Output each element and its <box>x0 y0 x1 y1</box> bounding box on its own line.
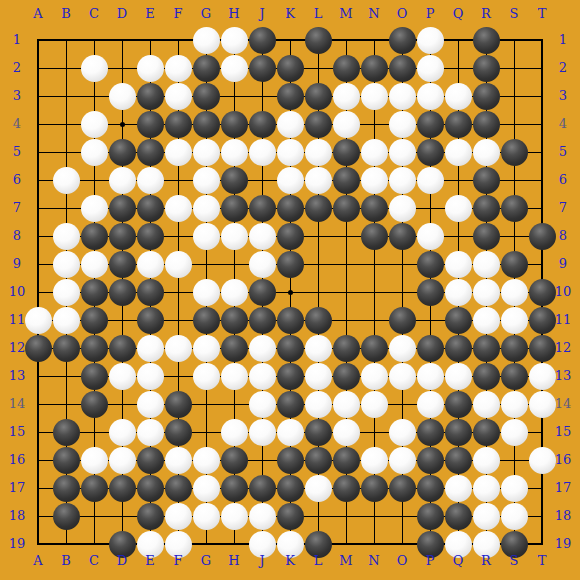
white-stone-H10[interactable] <box>221 279 248 306</box>
row-label-right-11: 11 <box>549 312 577 328</box>
black-stone-H6[interactable] <box>221 167 248 194</box>
white-stone-B8[interactable] <box>53 223 80 250</box>
black-stone-J17[interactable] <box>249 475 276 502</box>
black-stone-P15[interactable] <box>417 419 444 446</box>
white-stone-G16[interactable] <box>193 447 220 474</box>
row-label-right-8: 8 <box>549 228 577 244</box>
white-stone-D15[interactable] <box>109 419 136 446</box>
black-stone-E8[interactable] <box>137 223 164 250</box>
white-stone-S10[interactable] <box>501 279 528 306</box>
row-label-left-10: 10 <box>3 284 31 300</box>
white-stone-E13[interactable] <box>137 363 164 390</box>
column-label-top-F: F <box>164 6 192 22</box>
black-stone-M2[interactable] <box>333 55 360 82</box>
black-stone-K3[interactable] <box>277 83 304 110</box>
black-stone-O8[interactable] <box>389 223 416 250</box>
column-label-top-O: O <box>388 6 416 22</box>
black-stone-K13[interactable] <box>277 363 304 390</box>
black-stone-G4[interactable] <box>193 111 220 138</box>
column-label-top-M: M <box>332 6 360 22</box>
black-stone-H12[interactable] <box>221 335 248 362</box>
black-stone-O17[interactable] <box>389 475 416 502</box>
white-stone-J9[interactable] <box>249 251 276 278</box>
column-label-top-S: S <box>500 6 528 22</box>
black-stone-S12[interactable] <box>501 335 528 362</box>
white-stone-G7[interactable] <box>193 195 220 222</box>
column-label-top-D: D <box>108 6 136 22</box>
black-stone-K12[interactable] <box>277 335 304 362</box>
white-stone-K5[interactable] <box>277 139 304 166</box>
white-stone-O13[interactable] <box>389 363 416 390</box>
black-stone-E16[interactable] <box>137 447 164 474</box>
white-stone-G12[interactable] <box>193 335 220 362</box>
white-stone-C4[interactable] <box>81 111 108 138</box>
black-stone-P18[interactable] <box>417 503 444 530</box>
white-stone-Q17[interactable] <box>445 475 472 502</box>
row-label-right-7: 7 <box>549 200 577 216</box>
black-stone-K18[interactable] <box>277 503 304 530</box>
black-stone-C13[interactable] <box>81 363 108 390</box>
black-stone-B17[interactable] <box>53 475 80 502</box>
white-stone-E14[interactable] <box>137 391 164 418</box>
white-stone-F7[interactable] <box>165 195 192 222</box>
row-label-right-16: 16 <box>549 452 577 468</box>
black-stone-H17[interactable] <box>221 475 248 502</box>
row-label-right-2: 2 <box>549 60 577 76</box>
black-stone-M13[interactable] <box>333 363 360 390</box>
black-stone-N12[interactable] <box>361 335 388 362</box>
row-label-left-2: 2 <box>3 60 31 76</box>
row-label-left-17: 17 <box>3 480 31 496</box>
white-stone-H1[interactable] <box>221 27 248 54</box>
white-stone-N6[interactable] <box>361 167 388 194</box>
black-stone-L7[interactable] <box>305 195 332 222</box>
column-label-top-P: P <box>416 6 444 22</box>
black-stone-B16[interactable] <box>53 447 80 474</box>
white-stone-H8[interactable] <box>221 223 248 250</box>
white-stone-N5[interactable] <box>361 139 388 166</box>
row-label-left-12: 12 <box>3 340 31 356</box>
black-stone-D12[interactable] <box>109 335 136 362</box>
column-label-bottom-O: O <box>388 553 416 569</box>
black-stone-G11[interactable] <box>193 307 220 334</box>
black-stone-R12[interactable] <box>473 335 500 362</box>
black-stone-P9[interactable] <box>417 251 444 278</box>
column-label-bottom-C: C <box>80 553 108 569</box>
white-stone-D3[interactable] <box>109 83 136 110</box>
white-stone-R9[interactable] <box>473 251 500 278</box>
white-stone-N3[interactable] <box>361 83 388 110</box>
black-stone-C11[interactable] <box>81 307 108 334</box>
black-stone-K11[interactable] <box>277 307 304 334</box>
black-stone-Q18[interactable] <box>445 503 472 530</box>
row-label-right-9: 9 <box>549 256 577 272</box>
white-stone-E12[interactable] <box>137 335 164 362</box>
black-stone-J11[interactable] <box>249 307 276 334</box>
column-label-bottom-R: R <box>472 553 500 569</box>
column-label-top-K: K <box>276 6 304 22</box>
white-stone-P14[interactable] <box>417 391 444 418</box>
white-stone-Q5[interactable] <box>445 139 472 166</box>
row-label-right-3: 3 <box>549 88 577 104</box>
row-label-left-14: 14 <box>3 396 31 412</box>
row-label-left-1: 1 <box>3 32 31 48</box>
white-stone-H2[interactable] <box>221 55 248 82</box>
white-stone-R17[interactable] <box>473 475 500 502</box>
white-stone-L17[interactable] <box>305 475 332 502</box>
white-stone-E6[interactable] <box>137 167 164 194</box>
white-stone-B11[interactable] <box>53 307 80 334</box>
white-stone-K6[interactable] <box>277 167 304 194</box>
black-stone-L3[interactable] <box>305 83 332 110</box>
column-label-bottom-S: S <box>500 553 528 569</box>
white-stone-C9[interactable] <box>81 251 108 278</box>
black-stone-N17[interactable] <box>361 475 388 502</box>
white-stone-K15[interactable] <box>277 419 304 446</box>
row-label-left-3: 3 <box>3 88 31 104</box>
white-stone-E9[interactable] <box>137 251 164 278</box>
black-stone-R8[interactable] <box>473 223 500 250</box>
black-stone-L16[interactable] <box>305 447 332 474</box>
black-stone-B12[interactable] <box>53 335 80 362</box>
black-stone-M12[interactable] <box>333 335 360 362</box>
white-stone-F5[interactable] <box>165 139 192 166</box>
black-stone-F17[interactable] <box>165 475 192 502</box>
white-stone-H15[interactable] <box>221 419 248 446</box>
column-label-bottom-E: E <box>136 553 164 569</box>
white-stone-O3[interactable] <box>389 83 416 110</box>
black-stone-R15[interactable] <box>473 419 500 446</box>
white-stone-P6[interactable] <box>417 167 444 194</box>
column-label-bottom-P: P <box>416 553 444 569</box>
black-stone-Q4[interactable] <box>445 111 472 138</box>
black-stone-M17[interactable] <box>333 475 360 502</box>
white-stone-G8[interactable] <box>193 223 220 250</box>
row-label-right-17: 17 <box>549 480 577 496</box>
white-stone-C7[interactable] <box>81 195 108 222</box>
white-stone-B6[interactable] <box>53 167 80 194</box>
black-stone-E17[interactable] <box>137 475 164 502</box>
white-stone-F12[interactable] <box>165 335 192 362</box>
black-stone-H4[interactable] <box>221 111 248 138</box>
black-stone-S5[interactable] <box>501 139 528 166</box>
white-stone-G5[interactable] <box>193 139 220 166</box>
row-label-right-18: 18 <box>549 508 577 524</box>
black-stone-K7[interactable] <box>277 195 304 222</box>
column-label-bottom-H: H <box>220 553 248 569</box>
black-stone-S9[interactable] <box>501 251 528 278</box>
black-stone-M5[interactable] <box>333 139 360 166</box>
black-stone-F4[interactable] <box>165 111 192 138</box>
white-stone-L5[interactable] <box>305 139 332 166</box>
black-stone-H7[interactable] <box>221 195 248 222</box>
black-stone-R6[interactable] <box>473 167 500 194</box>
black-stone-N7[interactable] <box>361 195 388 222</box>
white-stone-L13[interactable] <box>305 363 332 390</box>
column-label-bottom-M: M <box>332 553 360 569</box>
black-stone-J4[interactable] <box>249 111 276 138</box>
white-stone-Q10[interactable] <box>445 279 472 306</box>
white-stone-G6[interactable] <box>193 167 220 194</box>
column-label-bottom-L: L <box>304 553 332 569</box>
row-label-left-9: 9 <box>3 256 31 272</box>
black-stone-E7[interactable] <box>137 195 164 222</box>
white-stone-O5[interactable] <box>389 139 416 166</box>
white-stone-Q9[interactable] <box>445 251 472 278</box>
white-stone-O4[interactable] <box>389 111 416 138</box>
white-stone-R16[interactable] <box>473 447 500 474</box>
black-stone-M7[interactable] <box>333 195 360 222</box>
white-stone-C5[interactable] <box>81 139 108 166</box>
row-label-right-12: 12 <box>549 340 577 356</box>
column-label-top-J: J <box>248 6 276 22</box>
white-stone-R10[interactable] <box>473 279 500 306</box>
row-label-left-4: 4 <box>3 116 31 132</box>
black-stone-N8[interactable] <box>361 223 388 250</box>
black-stone-P5[interactable] <box>417 139 444 166</box>
white-stone-R11[interactable] <box>473 307 500 334</box>
black-stone-R2[interactable] <box>473 55 500 82</box>
black-stone-R7[interactable] <box>473 195 500 222</box>
black-stone-D9[interactable] <box>109 251 136 278</box>
black-stone-D8[interactable] <box>109 223 136 250</box>
white-stone-H5[interactable] <box>221 139 248 166</box>
white-stone-Q13[interactable] <box>445 363 472 390</box>
white-stone-F16[interactable] <box>165 447 192 474</box>
row-label-right-6: 6 <box>549 172 577 188</box>
white-stone-J15[interactable] <box>249 419 276 446</box>
black-stone-S13[interactable] <box>501 363 528 390</box>
white-stone-S17[interactable] <box>501 475 528 502</box>
column-label-bottom-J: J <box>248 553 276 569</box>
white-stone-G1[interactable] <box>193 27 220 54</box>
black-stone-F15[interactable] <box>165 419 192 446</box>
column-label-top-E: E <box>136 6 164 22</box>
white-stone-R5[interactable] <box>473 139 500 166</box>
black-stone-Q16[interactable] <box>445 447 472 474</box>
black-stone-E18[interactable] <box>137 503 164 530</box>
black-stone-K17[interactable] <box>277 475 304 502</box>
white-stone-O16[interactable] <box>389 447 416 474</box>
row-label-left-19: 19 <box>3 536 31 552</box>
white-stone-J8[interactable] <box>249 223 276 250</box>
row-label-right-4: 4 <box>549 116 577 132</box>
white-stone-Q3[interactable] <box>445 83 472 110</box>
black-stone-K14[interactable] <box>277 391 304 418</box>
row-label-right-1: 1 <box>549 32 577 48</box>
black-stone-C12[interactable] <box>81 335 108 362</box>
black-stone-M6[interactable] <box>333 167 360 194</box>
white-stone-G17[interactable] <box>193 475 220 502</box>
white-stone-P2[interactable] <box>417 55 444 82</box>
black-stone-S7[interactable] <box>501 195 528 222</box>
black-stone-J2[interactable] <box>249 55 276 82</box>
black-stone-L4[interactable] <box>305 111 332 138</box>
white-stone-H13[interactable] <box>221 363 248 390</box>
row-label-left-15: 15 <box>3 424 31 440</box>
black-stone-R3[interactable] <box>473 83 500 110</box>
black-stone-C8[interactable] <box>81 223 108 250</box>
black-stone-J7[interactable] <box>249 195 276 222</box>
white-stone-O7[interactable] <box>389 195 416 222</box>
black-stone-R1[interactable] <box>473 27 500 54</box>
white-stone-G18[interactable] <box>193 503 220 530</box>
black-stone-C10[interactable] <box>81 279 108 306</box>
white-stone-H18[interactable] <box>221 503 248 530</box>
black-stone-E10[interactable] <box>137 279 164 306</box>
row-label-left-11: 11 <box>3 312 31 328</box>
white-stone-P3[interactable] <box>417 83 444 110</box>
black-stone-H11[interactable] <box>221 307 248 334</box>
white-stone-K4[interactable] <box>277 111 304 138</box>
white-stone-E2[interactable] <box>137 55 164 82</box>
white-stone-B10[interactable] <box>53 279 80 306</box>
black-stone-K8[interactable] <box>277 223 304 250</box>
column-label-top-Q: Q <box>444 6 472 22</box>
black-stone-C14[interactable] <box>81 391 108 418</box>
black-stone-P17[interactable] <box>417 475 444 502</box>
black-stone-O11[interactable] <box>389 307 416 334</box>
white-stone-S11[interactable] <box>501 307 528 334</box>
row-label-left-16: 16 <box>3 452 31 468</box>
black-stone-Q14[interactable] <box>445 391 472 418</box>
white-stone-J13[interactable] <box>249 363 276 390</box>
row-label-right-14: 14 <box>549 396 577 412</box>
black-stone-P16[interactable] <box>417 447 444 474</box>
row-label-left-8: 8 <box>3 228 31 244</box>
column-label-top-G: G <box>192 6 220 22</box>
white-stone-C16[interactable] <box>81 447 108 474</box>
column-label-bottom-G: G <box>192 553 220 569</box>
white-stone-J18[interactable] <box>249 503 276 530</box>
white-stone-Q7[interactable] <box>445 195 472 222</box>
white-stone-F2[interactable] <box>165 55 192 82</box>
white-stone-M15[interactable] <box>333 419 360 446</box>
white-stone-L14[interactable] <box>305 391 332 418</box>
black-stone-D17[interactable] <box>109 475 136 502</box>
column-label-bottom-F: F <box>164 553 192 569</box>
white-stone-S15[interactable] <box>501 419 528 446</box>
black-stone-L15[interactable] <box>305 419 332 446</box>
white-stone-D13[interactable] <box>109 363 136 390</box>
black-stone-R13[interactable] <box>473 363 500 390</box>
black-stone-R4[interactable] <box>473 111 500 138</box>
white-stone-M14[interactable] <box>333 391 360 418</box>
column-label-bottom-K: K <box>276 553 304 569</box>
white-stone-F3[interactable] <box>165 83 192 110</box>
white-stone-J14[interactable] <box>249 391 276 418</box>
white-stone-O6[interactable] <box>389 167 416 194</box>
black-stone-L1[interactable] <box>305 27 332 54</box>
white-stone-C2[interactable] <box>81 55 108 82</box>
black-stone-E11[interactable] <box>137 307 164 334</box>
black-stone-K16[interactable] <box>277 447 304 474</box>
black-stone-P4[interactable] <box>417 111 444 138</box>
black-stone-H16[interactable] <box>221 447 248 474</box>
white-stone-L6[interactable] <box>305 167 332 194</box>
black-stone-K2[interactable] <box>277 55 304 82</box>
white-stone-D16[interactable] <box>109 447 136 474</box>
row-label-right-13: 13 <box>549 368 577 384</box>
black-stone-Q15[interactable] <box>445 419 472 446</box>
white-stone-P13[interactable] <box>417 363 444 390</box>
black-stone-O1[interactable] <box>389 27 416 54</box>
white-stone-M3[interactable] <box>333 83 360 110</box>
black-stone-D5[interactable] <box>109 139 136 166</box>
black-stone-N2[interactable] <box>361 55 388 82</box>
white-stone-N13[interactable] <box>361 363 388 390</box>
white-stone-L12[interactable] <box>305 335 332 362</box>
black-stone-J10[interactable] <box>249 279 276 306</box>
black-stone-M16[interactable] <box>333 447 360 474</box>
column-label-bottom-A: A <box>24 553 52 569</box>
white-stone-N14[interactable] <box>361 391 388 418</box>
black-stone-O2[interactable] <box>389 55 416 82</box>
black-stone-L11[interactable] <box>305 307 332 334</box>
column-label-bottom-N: N <box>360 553 388 569</box>
white-stone-S14[interactable] <box>501 391 528 418</box>
black-stone-E5[interactable] <box>137 139 164 166</box>
black-stone-C17[interactable] <box>81 475 108 502</box>
white-stone-E15[interactable] <box>137 419 164 446</box>
white-stone-P1[interactable] <box>417 27 444 54</box>
black-stone-F14[interactable] <box>165 391 192 418</box>
black-stone-G2[interactable] <box>193 55 220 82</box>
black-stone-D10[interactable] <box>109 279 136 306</box>
black-stone-J1[interactable] <box>249 27 276 54</box>
row-label-left-6: 6 <box>3 172 31 188</box>
black-stone-K9[interactable] <box>277 251 304 278</box>
black-stone-B18[interactable] <box>53 503 80 530</box>
black-stone-Q11[interactable] <box>445 307 472 334</box>
column-label-top-B: B <box>52 6 80 22</box>
white-stone-F9[interactable] <box>165 251 192 278</box>
black-stone-G3[interactable] <box>193 83 220 110</box>
white-stone-F18[interactable] <box>165 503 192 530</box>
black-stone-Q12[interactable] <box>445 335 472 362</box>
black-stone-E3[interactable] <box>137 83 164 110</box>
white-stone-G10[interactable] <box>193 279 220 306</box>
white-stone-J12[interactable] <box>249 335 276 362</box>
white-stone-D6[interactable] <box>109 167 136 194</box>
white-stone-N16[interactable] <box>361 447 388 474</box>
white-stone-G13[interactable] <box>193 363 220 390</box>
white-stone-B9[interactable] <box>53 251 80 278</box>
row-label-left-18: 18 <box>3 508 31 524</box>
column-label-bottom-D: D <box>108 553 136 569</box>
column-label-bottom-T: T <box>528 553 556 569</box>
white-stone-J5[interactable] <box>249 139 276 166</box>
white-stone-O15[interactable] <box>389 419 416 446</box>
white-stone-S18[interactable] <box>501 503 528 530</box>
black-stone-D7[interactable] <box>109 195 136 222</box>
white-stone-O12[interactable] <box>389 335 416 362</box>
column-label-top-A: A <box>24 6 52 22</box>
white-stone-R18[interactable] <box>473 503 500 530</box>
row-label-left-13: 13 <box>3 368 31 384</box>
row-label-right-5: 5 <box>549 144 577 160</box>
white-stone-P8[interactable] <box>417 223 444 250</box>
go-board[interactable]: ABCDEFGHJKLMNOPQRST ABCDEFGHJKLMNOPQRST … <box>0 0 580 580</box>
black-stone-B15[interactable] <box>53 419 80 446</box>
column-label-bottom-Q: Q <box>444 553 472 569</box>
column-label-top-H: H <box>220 6 248 22</box>
black-stone-P10[interactable] <box>417 279 444 306</box>
white-stone-R14[interactable] <box>473 391 500 418</box>
black-stone-P12[interactable] <box>417 335 444 362</box>
black-stone-E4[interactable] <box>137 111 164 138</box>
white-stone-M4[interactable] <box>333 111 360 138</box>
